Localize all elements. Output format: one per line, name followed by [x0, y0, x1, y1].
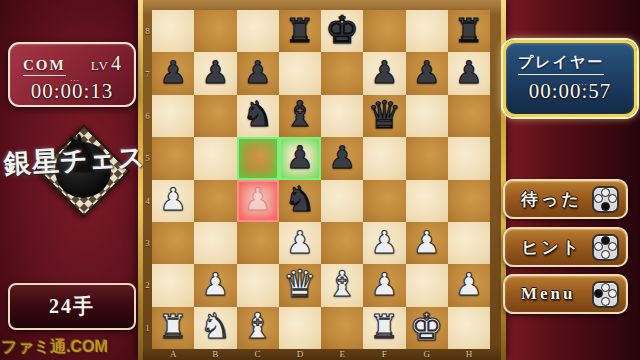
square-d7[interactable] [279, 52, 321, 94]
square-g5[interactable] [406, 137, 448, 179]
square-h8[interactable]: ♜ [448, 10, 490, 52]
square-b5[interactable] [194, 137, 236, 179]
piece-white-pawn-f3[interactable]: ♟ [370, 227, 398, 258]
square-b1[interactable]: ♞ [194, 307, 236, 349]
piece-black-pawn-f7[interactable]: ♟ [370, 57, 398, 88]
rank-label-7: 7 [143, 52, 152, 94]
pad-dot-s [601, 250, 610, 259]
square-c2[interactable] [237, 264, 279, 306]
piece-black-pawn-b7[interactable]: ♟ [201, 57, 229, 88]
square-e6[interactable] [321, 95, 363, 137]
piece-white-king-g1[interactable]: ♚ [410, 308, 444, 346]
square-g2[interactable] [406, 264, 448, 306]
square-f3[interactable]: ♟ [363, 222, 405, 264]
chess-board[interactable]: ♜♚♜♟♟♟♟♟♟♞♝♛♟♟♟♟♞♟♟♟♟♛♝♟♟♜♞♝♜♚ [152, 10, 490, 349]
file-labels: ABCDEFGH [152, 348, 490, 360]
square-a2[interactable] [152, 264, 194, 306]
square-f4[interactable] [363, 180, 405, 222]
piece-white-pawn-g3[interactable]: ♟ [413, 227, 441, 258]
hint-button-label: ヒント [521, 236, 582, 259]
rank-label-8: 8 [143, 10, 152, 52]
piece-black-pawn-e5[interactable]: ♟ [328, 142, 356, 173]
piece-white-queen-d2[interactable]: ♛ [283, 265, 317, 303]
square-g6[interactable] [406, 95, 448, 137]
game-screen: 87654321 ♜♚♜♟♟♟♟♟♟♞♝♛♟♟♟♟♞♟♟♟♟♛♝♟♟♜♞♝♜♚ … [0, 0, 640, 360]
square-b4[interactable] [194, 180, 236, 222]
piece-black-pawn-c7[interactable]: ♟ [244, 57, 272, 88]
menu-button[interactable]: Menu [503, 274, 628, 314]
piece-black-pawn-g7[interactable]: ♟ [413, 57, 441, 88]
square-h2[interactable]: ♟ [448, 264, 490, 306]
file-label-c: C [237, 348, 279, 360]
square-g7[interactable]: ♟ [406, 52, 448, 94]
square-h3[interactable] [448, 222, 490, 264]
file-label-h: H [448, 348, 490, 360]
file-label-b: B [194, 348, 236, 360]
player-clock-panel: プレイヤー … 00:00:57 [503, 40, 637, 117]
piece-black-pawn-d5[interactable]: ♟ [286, 142, 314, 173]
rank-label-4: 4 [143, 180, 152, 222]
piece-white-pawn-b2[interactable]: ♟ [201, 269, 229, 300]
piece-white-rook-f1[interactable]: ♜ [370, 310, 400, 343]
piece-black-pawn-h7[interactable]: ♟ [455, 57, 483, 88]
pad-dot-e [608, 289, 617, 298]
com-thinking-dots: … [70, 74, 80, 83]
square-d6[interactable]: ♝ [279, 95, 321, 137]
piece-white-pawn-a4[interactable]: ♟ [159, 184, 187, 215]
piece-white-bishop-c1[interactable]: ♝ [242, 309, 273, 344]
rank-label-6: 6 [143, 95, 152, 137]
square-b7[interactable]: ♟ [194, 52, 236, 94]
square-f2[interactable]: ♟ [363, 264, 405, 306]
square-f8[interactable] [363, 10, 405, 52]
square-b2[interactable]: ♟ [194, 264, 236, 306]
file-label-d: D [279, 348, 321, 360]
piece-black-king-e8[interactable]: ♚ [325, 11, 359, 49]
piece-black-knight-d4[interactable]: ♞ [284, 182, 315, 217]
square-b6[interactable] [194, 95, 236, 137]
file-label-f: F [363, 348, 405, 360]
square-e4[interactable] [321, 180, 363, 222]
square-c1[interactable]: ♝ [237, 307, 279, 349]
piece-white-knight-b1[interactable]: ♞ [200, 309, 231, 344]
pad-dot-s [601, 297, 610, 306]
piece-black-rook-h8[interactable]: ♜ [454, 14, 484, 47]
move-counter: 24手 [49, 293, 95, 320]
pad-dot-w [594, 242, 603, 251]
piece-white-pawn-d3[interactable]: ♟ [286, 227, 314, 258]
square-a5[interactable] [152, 137, 194, 179]
file-label-g: G [406, 348, 448, 360]
square-b3[interactable] [194, 222, 236, 264]
famitsu-watermark: ファミ通.COM [1, 337, 108, 358]
com-label: COM [23, 57, 66, 76]
square-e7[interactable] [321, 52, 363, 94]
pad-dot-s-filled [601, 202, 610, 211]
controller-buttons-icon [592, 281, 619, 308]
rank-label-1: 1 [143, 307, 152, 349]
file-label-a: A [152, 348, 194, 360]
piece-white-pawn-h2[interactable]: ♟ [455, 269, 483, 300]
move-counter-panel: 24手 [8, 283, 136, 330]
square-h4[interactable] [448, 180, 490, 222]
square-e3[interactable] [321, 222, 363, 264]
com-clock-panel: COM LV4 … 00:00:13 [8, 42, 136, 107]
piece-black-rook-d8[interactable]: ♜ [285, 14, 315, 47]
rank-label-5: 5 [143, 137, 152, 179]
square-e5[interactable]: ♟ [321, 137, 363, 179]
square-e1[interactable] [321, 307, 363, 349]
rank-label-2: 2 [143, 264, 152, 306]
matta-button-label: 待った [521, 188, 582, 211]
pad-dot-w-filled [594, 289, 603, 298]
square-c8[interactable] [237, 10, 279, 52]
square-a8[interactable] [152, 10, 194, 52]
square-c6[interactable]: ♞ [237, 95, 279, 137]
square-d4[interactable]: ♞ [279, 180, 321, 222]
square-b8[interactable] [194, 10, 236, 52]
square-a3[interactable] [152, 222, 194, 264]
pad-dot-e [608, 242, 617, 251]
square-d1[interactable] [279, 307, 321, 349]
square-c3[interactable] [237, 222, 279, 264]
player-clock: 00:00:57 [506, 79, 634, 104]
square-c4[interactable]: ♟ [237, 180, 279, 222]
square-h5[interactable] [448, 137, 490, 179]
square-d2[interactable]: ♛ [279, 264, 321, 306]
square-h7[interactable]: ♟ [448, 52, 490, 94]
square-g3[interactable]: ♟ [406, 222, 448, 264]
square-d5[interactable]: ♟ [279, 137, 321, 179]
square-f6[interactable]: ♛ [363, 95, 405, 137]
piece-white-rook-a1[interactable]: ♜ [158, 310, 188, 343]
square-g1[interactable]: ♚ [406, 307, 448, 349]
square-a7[interactable]: ♟ [152, 52, 194, 94]
square-g4[interactable] [406, 180, 448, 222]
player-label: プレイヤー [518, 53, 604, 75]
square-d3[interactable]: ♟ [279, 222, 321, 264]
controller-buttons-icon [592, 186, 619, 213]
square-h6[interactable] [448, 95, 490, 137]
square-c7[interactable]: ♟ [237, 52, 279, 94]
chess-board-frame: 87654321 ♜♚♜♟♟♟♟♟♟♞♝♛♟♟♟♟♞♟♟♟♟♛♝♟♟♜♞♝♜♚ … [138, 0, 506, 360]
piece-black-queen-f6[interactable]: ♛ [367, 96, 401, 134]
square-f5[interactable] [363, 137, 405, 179]
square-e2[interactable]: ♝ [321, 264, 363, 306]
rank-label-3: 3 [143, 222, 152, 264]
square-e8[interactable]: ♚ [321, 10, 363, 52]
com-level: LV4 [91, 52, 121, 75]
square-g8[interactable] [406, 10, 448, 52]
piece-white-pawn-f2[interactable]: ♟ [370, 269, 398, 300]
square-a6[interactable] [152, 95, 194, 137]
menu-button-label: Menu [521, 284, 576, 304]
square-c5[interactable] [237, 137, 279, 179]
file-label-e: E [321, 348, 363, 360]
player-thinking-dots: … [578, 78, 588, 87]
square-d8[interactable]: ♜ [279, 10, 321, 52]
piece-white-pawn-c4[interactable]: ♟ [244, 184, 272, 215]
square-f7[interactable]: ♟ [363, 52, 405, 94]
piece-black-knight-c6[interactable]: ♞ [242, 97, 273, 132]
matta-undo-button[interactable]: 待った [503, 179, 628, 219]
pad-dot-w [594, 194, 603, 203]
piece-white-bishop-e2[interactable]: ♝ [326, 267, 357, 302]
piece-black-pawn-a7[interactable]: ♟ [159, 57, 187, 88]
square-h1[interactable] [448, 307, 490, 349]
hint-button[interactable]: ヒント [503, 227, 628, 267]
rank-labels: 87654321 [143, 10, 152, 349]
controller-buttons-icon [592, 234, 619, 261]
square-a4[interactable]: ♟ [152, 180, 194, 222]
square-f1[interactable]: ♜ [363, 307, 405, 349]
square-a1[interactable]: ♜ [152, 307, 194, 349]
pad-dot-e [608, 194, 617, 203]
piece-black-bishop-d6[interactable]: ♝ [284, 97, 315, 132]
